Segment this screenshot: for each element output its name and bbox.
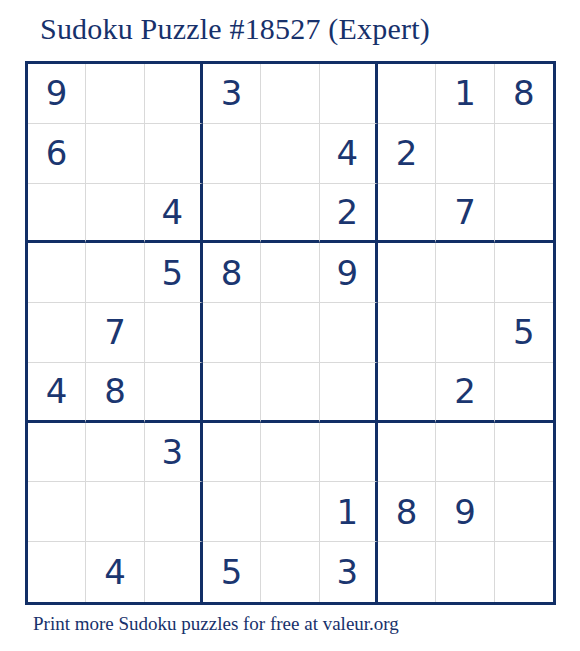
sudoku-cell-r8c2[interactable] (86, 482, 144, 542)
footer-text: Print more Sudoku puzzles for free at va… (33, 613, 399, 635)
sudoku-cell-r1c9[interactable]: 8 (495, 64, 553, 124)
sudoku-board: 9318642427589754823189453 (25, 61, 556, 605)
sudoku-cell-r3c6[interactable]: 2 (320, 184, 378, 244)
sudoku-cell-r9c7[interactable] (378, 542, 436, 602)
sudoku-cell-r8c3[interactable] (145, 482, 203, 542)
sudoku-cell-r7c4[interactable] (203, 423, 261, 483)
sudoku-cell-r2c4[interactable] (203, 124, 261, 184)
sudoku-cell-r3c2[interactable] (86, 184, 144, 244)
sudoku-cell-r7c9[interactable] (495, 423, 553, 483)
sudoku-cell-r1c7[interactable] (378, 64, 436, 124)
sudoku-cell-r3c9[interactable] (495, 184, 553, 244)
sudoku-cell-r5c1[interactable] (28, 303, 86, 363)
sudoku-cell-r8c5[interactable] (261, 482, 319, 542)
sudoku-cell-r1c1[interactable]: 9 (28, 64, 86, 124)
sudoku-cell-r3c1[interactable] (28, 184, 86, 244)
sudoku-cell-r2c2[interactable] (86, 124, 144, 184)
sudoku-cell-r4c8[interactable] (436, 243, 494, 303)
sudoku-cell-r9c9[interactable] (495, 542, 553, 602)
sudoku-cell-r4c5[interactable] (261, 243, 319, 303)
sudoku-cell-r6c4[interactable] (203, 363, 261, 423)
sudoku-cell-r7c5[interactable] (261, 423, 319, 483)
sudoku-cell-r2c3[interactable] (145, 124, 203, 184)
sudoku-cell-r9c1[interactable] (28, 542, 86, 602)
sudoku-cell-r9c8[interactable] (436, 542, 494, 602)
sudoku-cell-r8c7[interactable]: 8 (378, 482, 436, 542)
sudoku-cell-r9c4[interactable]: 5 (203, 542, 261, 602)
sudoku-cell-r2c8[interactable] (436, 124, 494, 184)
sudoku-cell-r5c6[interactable] (320, 303, 378, 363)
sudoku-cell-r7c7[interactable] (378, 423, 436, 483)
sudoku-cell-r6c2[interactable]: 8 (86, 363, 144, 423)
sudoku-cell-r9c3[interactable] (145, 542, 203, 602)
sudoku-cell-r4c1[interactable] (28, 243, 86, 303)
sudoku-cell-r6c6[interactable] (320, 363, 378, 423)
sudoku-cell-r3c8[interactable]: 7 (436, 184, 494, 244)
sudoku-cell-r3c4[interactable] (203, 184, 261, 244)
sudoku-cell-r7c8[interactable] (436, 423, 494, 483)
sudoku-cell-r1c4[interactable]: 3 (203, 64, 261, 124)
sudoku-cell-r9c2[interactable]: 4 (86, 542, 144, 602)
sudoku-cell-r4c2[interactable] (86, 243, 144, 303)
sudoku-cell-r6c3[interactable] (145, 363, 203, 423)
sudoku-cell-r9c5[interactable] (261, 542, 319, 602)
sudoku-cell-r7c1[interactable] (28, 423, 86, 483)
sudoku-cell-r8c1[interactable] (28, 482, 86, 542)
sudoku-cell-r5c2[interactable]: 7 (86, 303, 144, 363)
sudoku-cell-r8c8[interactable]: 9 (436, 482, 494, 542)
sudoku-cell-r1c8[interactable]: 1 (436, 64, 494, 124)
sudoku-cell-r1c2[interactable] (86, 64, 144, 124)
sudoku-cell-r2c9[interactable] (495, 124, 553, 184)
sudoku-cell-r2c6[interactable]: 4 (320, 124, 378, 184)
sudoku-cell-r1c5[interactable] (261, 64, 319, 124)
sudoku-cell-r3c3[interactable]: 4 (145, 184, 203, 244)
sudoku-cell-r3c7[interactable] (378, 184, 436, 244)
sudoku-cell-r9c6[interactable]: 3 (320, 542, 378, 602)
sudoku-cell-r8c4[interactable] (203, 482, 261, 542)
sudoku-cell-r7c6[interactable] (320, 423, 378, 483)
sudoku-cell-r2c7[interactable]: 2 (378, 124, 436, 184)
sudoku-cell-r5c4[interactable] (203, 303, 261, 363)
sudoku-cell-r5c5[interactable] (261, 303, 319, 363)
sudoku-page: Sudoku Puzzle #18527 (Expert) 9318642427… (0, 0, 580, 651)
sudoku-cell-r1c3[interactable] (145, 64, 203, 124)
sudoku-cell-r6c1[interactable]: 4 (28, 363, 86, 423)
sudoku-cell-r6c7[interactable] (378, 363, 436, 423)
sudoku-cell-r7c2[interactable] (86, 423, 144, 483)
sudoku-grid: 9318642427589754823189453 (28, 64, 553, 602)
sudoku-cell-r4c4[interactable]: 8 (203, 243, 261, 303)
sudoku-cell-r4c7[interactable] (378, 243, 436, 303)
page-title: Sudoku Puzzle #18527 (Expert) (40, 12, 430, 46)
sudoku-cell-r4c3[interactable]: 5 (145, 243, 203, 303)
sudoku-cell-r5c8[interactable] (436, 303, 494, 363)
sudoku-cell-r5c7[interactable] (378, 303, 436, 363)
sudoku-cell-r3c5[interactable] (261, 184, 319, 244)
sudoku-cell-r1c6[interactable] (320, 64, 378, 124)
sudoku-cell-r8c9[interactable] (495, 482, 553, 542)
sudoku-cell-r6c9[interactable] (495, 363, 553, 423)
sudoku-cell-r6c8[interactable]: 2 (436, 363, 494, 423)
sudoku-cell-r7c3[interactable]: 3 (145, 423, 203, 483)
sudoku-cell-r4c6[interactable]: 9 (320, 243, 378, 303)
sudoku-cell-r8c6[interactable]: 1 (320, 482, 378, 542)
sudoku-cell-r4c9[interactable] (495, 243, 553, 303)
sudoku-cell-r5c9[interactable]: 5 (495, 303, 553, 363)
sudoku-cell-r5c3[interactable] (145, 303, 203, 363)
sudoku-cell-r2c5[interactable] (261, 124, 319, 184)
sudoku-cell-r6c5[interactable] (261, 363, 319, 423)
sudoku-cell-r2c1[interactable]: 6 (28, 124, 86, 184)
